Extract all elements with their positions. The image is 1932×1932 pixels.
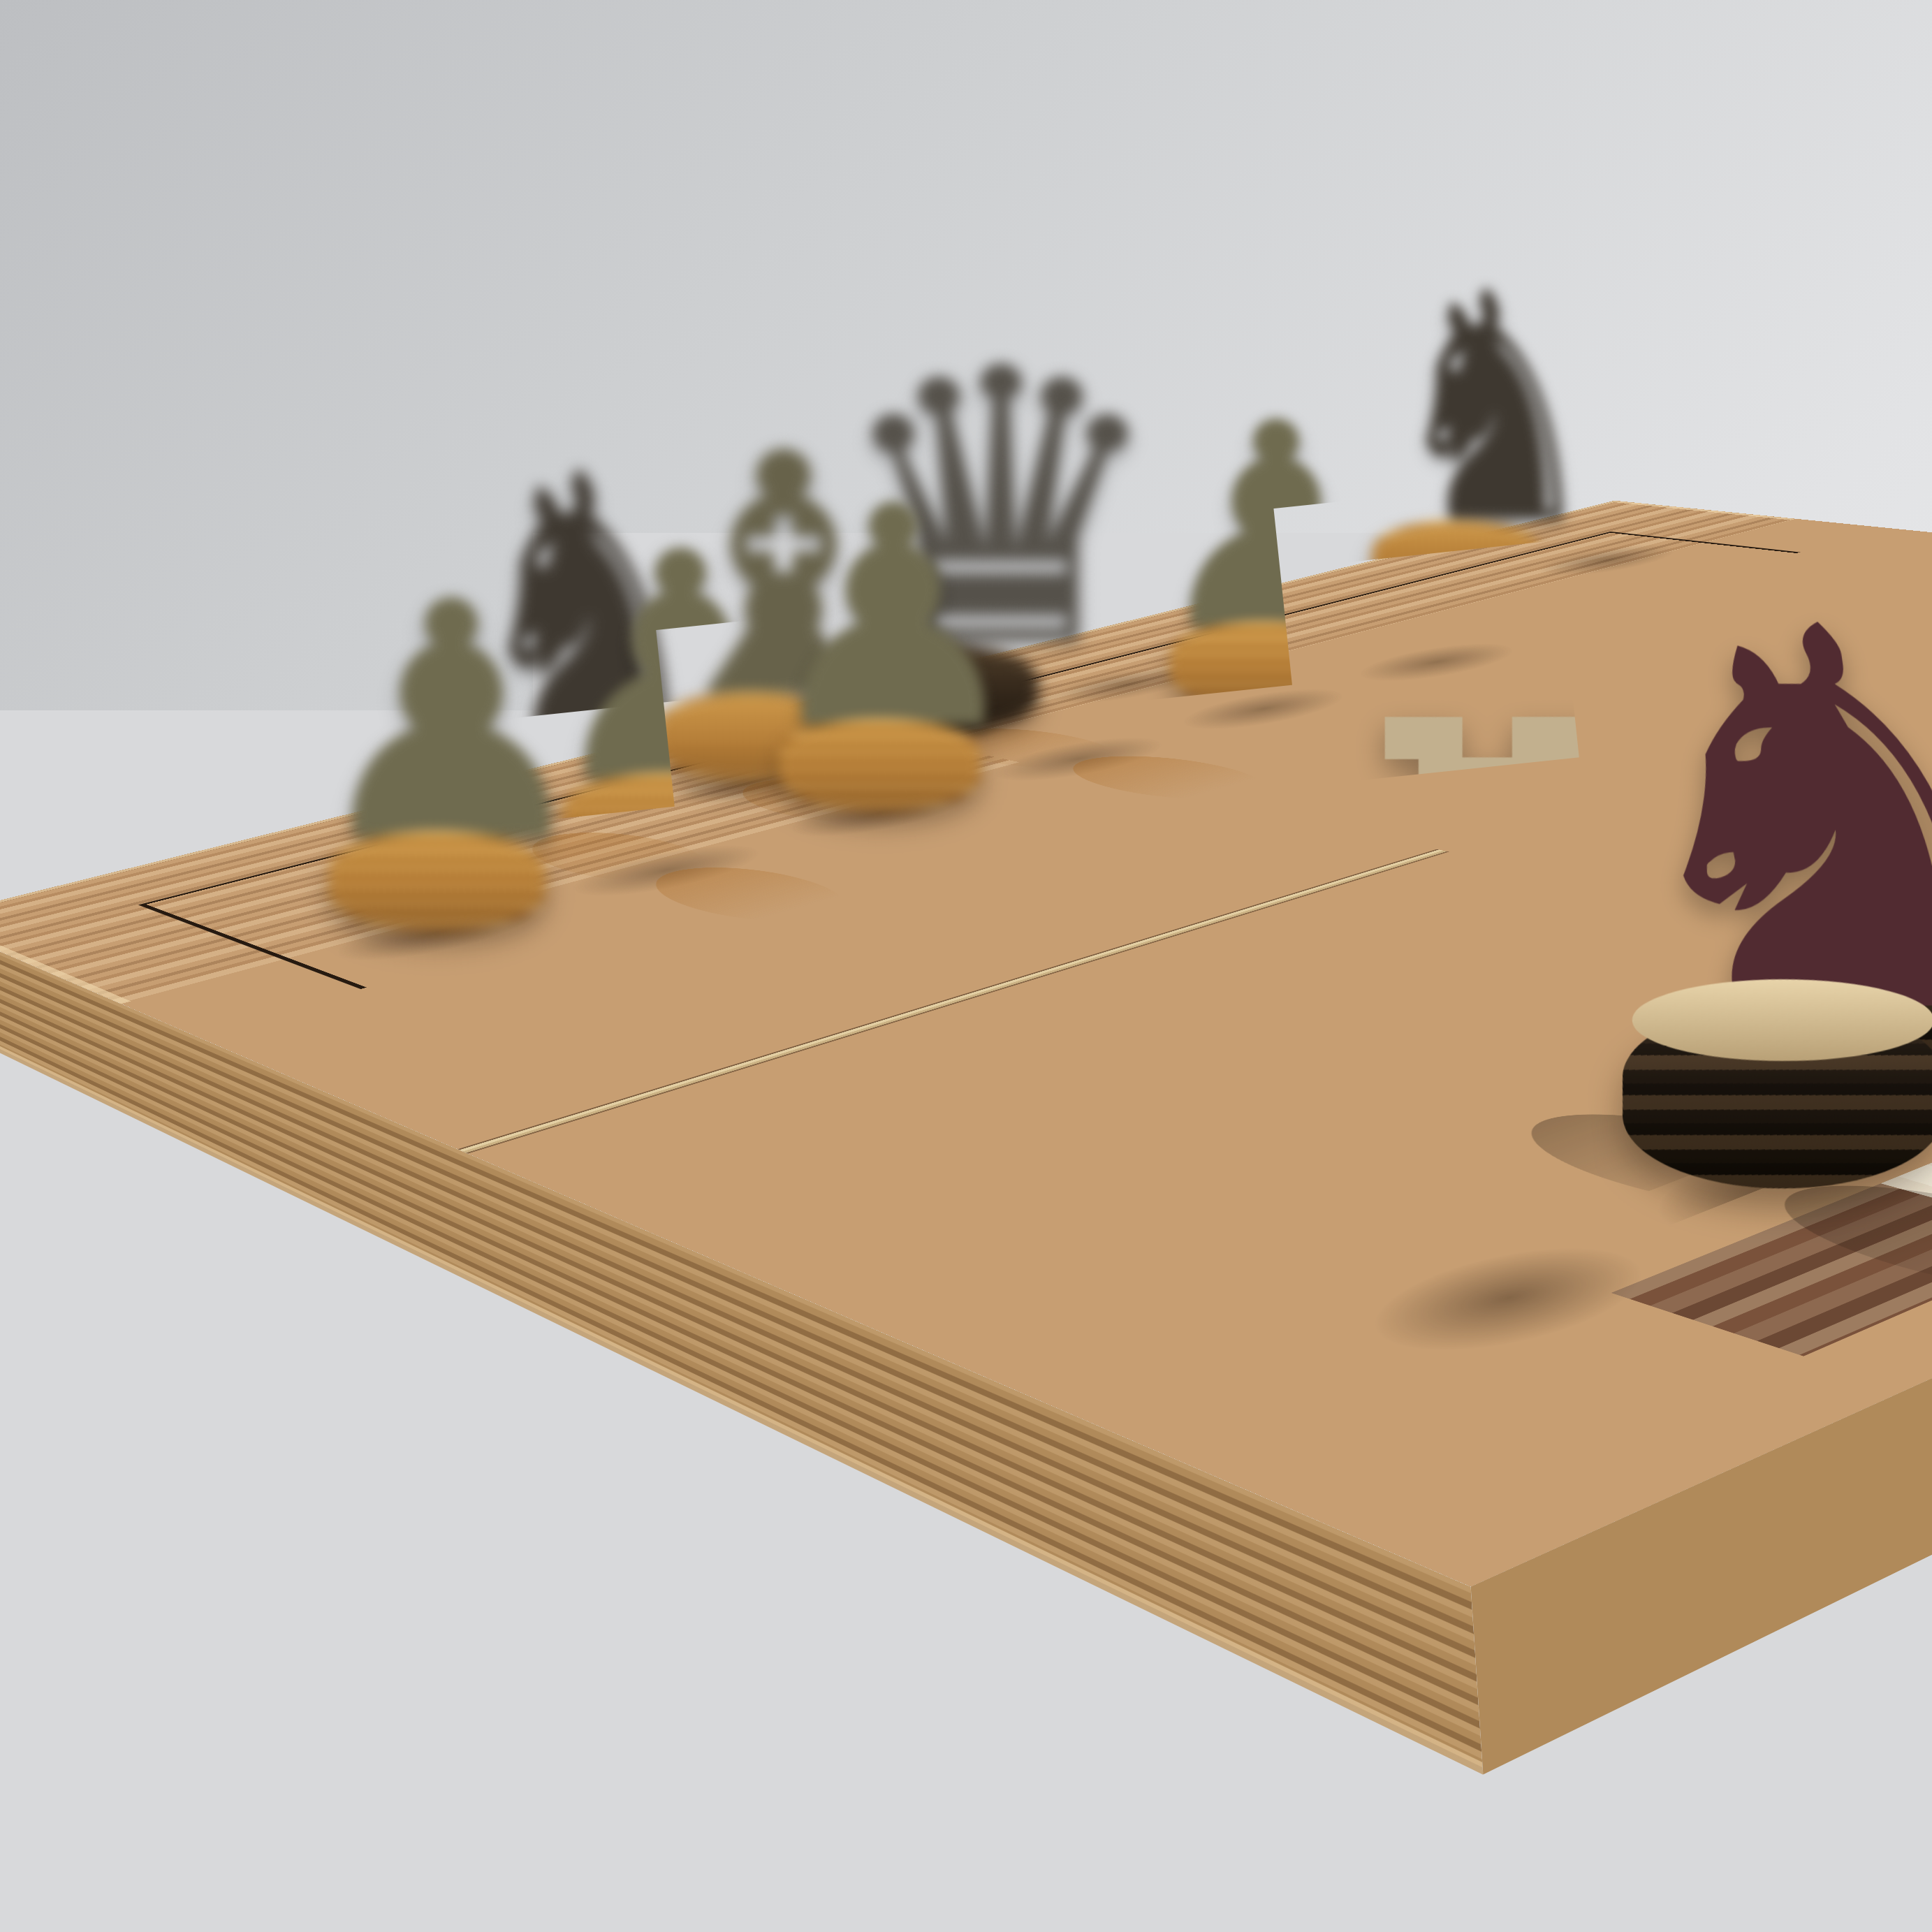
camera-roll: ♜♞♝♛♚♝♞♜♟♟♟♟♟♟♟♟♟♟♟♟♟♟♟♟♜♞♝♛♚♝♞♜ bbox=[0, 0, 1932, 1932]
bishop-glyph: ♝ bbox=[1190, 316, 1461, 594]
piece-base bbox=[655, 691, 847, 782]
pawn-glyph: ♟ bbox=[756, 479, 1030, 760]
chess-board: ♜♞♝♛♚♝♞♜♟♟♟♟♟♟♟♟♟♟♟♟♟♟♟♟♜♞♝♛♚♝♞♜ bbox=[0, 501, 1932, 1587]
board-photo-stage: ♜♞♝♛♚♝♞♜♟♟♟♟♟♟♟♟♟♟♟♟♟♟♟♟♜♞♝♛♚♝♞♜ bbox=[0, 0, 1932, 1932]
rook-glyph: ♜ bbox=[1520, 240, 1763, 517]
bishop-glyph: ♝ bbox=[634, 424, 933, 731]
piece-base bbox=[328, 830, 546, 932]
piece-white-rook-a1: ♜ bbox=[1236, 1201, 1788, 1407]
knight-glyph: ♞ bbox=[1389, 264, 1601, 555]
scene-3d: ♜♞♝♛♚♝♞♜♟♟♟♟♟♟♟♟♟♟♟♟♟♟♟♟♜♞♝♛♚♝♞♜ bbox=[0, 0, 1932, 1932]
piece-base bbox=[1340, 1102, 1679, 1298]
piece-base bbox=[852, 645, 1038, 731]
king-glyph: ♚ bbox=[1016, 286, 1359, 638]
